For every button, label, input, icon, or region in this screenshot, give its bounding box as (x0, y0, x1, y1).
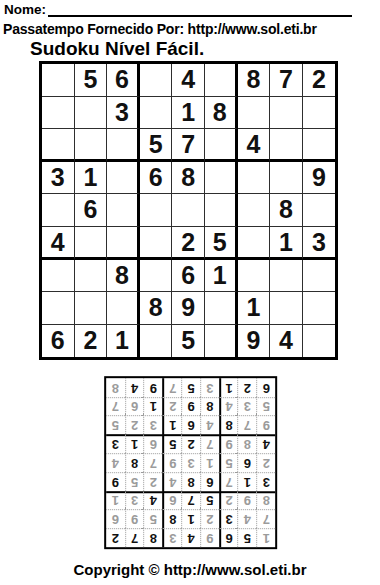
solution-cell: 2 (162, 397, 181, 416)
sudoku-cell (107, 227, 140, 260)
sudoku-cell (75, 227, 108, 260)
sudoku-cell (140, 97, 173, 130)
solution-cell: 4 (125, 378, 144, 397)
sudoku-cell: 1 (107, 325, 140, 358)
solution-cell: 6 (125, 397, 144, 416)
solution-cell: 7 (144, 453, 163, 472)
solution-cell: 4 (256, 434, 275, 453)
sudoku-cell (205, 194, 238, 227)
page-title: Sudoku Nível Fácil. (30, 38, 204, 60)
provider-line: Passatempo Fornecido Por: http://www.sol… (3, 21, 317, 37)
solution-cell: 9 (181, 397, 200, 416)
name-label: Nome: (4, 2, 46, 17)
solution-cell: 3 (144, 416, 163, 435)
solution-cell: 6 (106, 510, 125, 529)
sudoku-cell (270, 260, 303, 293)
sudoku-cell: 9 (238, 325, 271, 358)
solution-cell: 1 (238, 472, 257, 491)
sudoku-cell (107, 292, 140, 325)
sudoku-cell (140, 260, 173, 293)
solution-cell: 3 (256, 472, 275, 491)
solution-cell: 5 (125, 472, 144, 491)
sudoku-cell (140, 227, 173, 260)
sudoku-cell (140, 325, 173, 358)
sudoku-cell: 9 (172, 292, 205, 325)
solution-cell: 7 (162, 378, 181, 397)
solution-cell: 2 (106, 528, 125, 547)
sudoku-cell: 6 (107, 64, 140, 97)
sudoku-cell (270, 162, 303, 195)
sudoku-cell (172, 194, 205, 227)
solution-cell: 5 (162, 434, 181, 453)
solution-cell: 3 (181, 453, 200, 472)
sudoku-cell: 4 (270, 325, 303, 358)
solution-cell: 1 (125, 434, 144, 453)
solution-cell: 7 (219, 472, 238, 491)
sudoku-cell: 3 (303, 227, 336, 260)
name-field-row: Nome: (4, 2, 352, 17)
sudoku-cell (205, 292, 238, 325)
sudoku-cell (107, 162, 140, 195)
sudoku-cell (238, 227, 271, 260)
sudoku-cell: 4 (172, 64, 205, 97)
solution-cell: 8 (219, 416, 238, 435)
solution-cell: 3 (162, 528, 181, 547)
sudoku-cell: 6 (42, 325, 75, 358)
solution-cell: 2 (181, 434, 200, 453)
sudoku-cell: 1 (172, 97, 205, 130)
sudoku-cell (107, 194, 140, 227)
solution-cell: 3 (219, 510, 238, 529)
solution-cell: 5 (238, 528, 257, 547)
sudoku-cell: 4 (42, 227, 75, 260)
solution-cell: 1 (162, 416, 181, 435)
solution-cell: 4 (144, 491, 163, 510)
solution-cell: 6 (238, 453, 257, 472)
sudoku-cell (303, 129, 336, 162)
sudoku-cell: 6 (172, 260, 205, 293)
sudoku-cell (270, 292, 303, 325)
solution-cell: 9 (162, 453, 181, 472)
solution-cell: 7 (125, 528, 144, 547)
solution-cell: 6 (162, 491, 181, 510)
solution-cell: 8 (125, 453, 144, 472)
solution-cell: 2 (219, 491, 238, 510)
solution-cell: 6 (200, 472, 219, 491)
solution-cell: 2 (144, 472, 163, 491)
sudoku-cell: 2 (75, 325, 108, 358)
sudoku-cell: 8 (270, 194, 303, 227)
sudoku-cell: 1 (205, 260, 238, 293)
solution-cell: 4 (219, 397, 238, 416)
sudoku-cell: 5 (140, 129, 173, 162)
sudoku-cell (205, 129, 238, 162)
sudoku-cell (205, 162, 238, 195)
solution-cell: 2 (125, 416, 144, 435)
name-fill-line (48, 4, 352, 17)
sudoku-cell (303, 325, 336, 358)
sudoku-cell (140, 194, 173, 227)
sudoku-cell (75, 97, 108, 130)
solution-cell: 1 (144, 397, 163, 416)
sudoku-cell (42, 64, 75, 97)
solution-cell: 6 (256, 378, 275, 397)
solution-cell: 8 (238, 434, 257, 453)
solution-cell: 1 (219, 378, 238, 397)
solution-cell: 2 (256, 453, 275, 472)
solution-cell: 9 (106, 472, 125, 491)
sudoku-cell: 2 (172, 227, 205, 260)
solution-cell: 3 (238, 397, 257, 416)
sudoku-cell (42, 260, 75, 293)
sudoku-cell (42, 194, 75, 227)
solution-cell: 4 (181, 528, 200, 547)
solution-cell: 9 (125, 510, 144, 529)
solution-cell: 1 (256, 528, 275, 547)
solution-cell: 6 (181, 416, 200, 435)
solution-cell: 8 (162, 510, 181, 529)
solution-cell: 2 (238, 378, 257, 397)
sudoku-cell: 5 (75, 64, 108, 97)
solution-cell: 9 (219, 434, 238, 453)
solution-cell: 7 (238, 416, 257, 435)
sudoku-cell: 7 (172, 129, 205, 162)
sudoku-cell (270, 97, 303, 130)
sudoku-cell: 3 (42, 162, 75, 195)
sudoku-cell (42, 97, 75, 130)
sudoku-cell (303, 97, 336, 130)
sudoku-cell (140, 64, 173, 97)
solution-cell: 4 (200, 416, 219, 435)
sudoku-cell (303, 194, 336, 227)
sudoku-cell (238, 97, 271, 130)
sudoku-cell (205, 64, 238, 97)
solution-cell: 7 (200, 434, 219, 453)
sudoku-cell: 4 (238, 129, 271, 162)
sudoku-cell: 8 (107, 260, 140, 293)
solution-cell: 3 (125, 491, 144, 510)
solution-cell: 4 (238, 510, 257, 529)
sudoku-cell: 9 (303, 162, 336, 195)
sudoku-cell: 6 (75, 194, 108, 227)
sudoku-worksheet-page: { "game": "sudoku", "header": { "nome_la… (0, 0, 380, 585)
sudoku-cell: 6 (140, 162, 173, 195)
sudoku-cell: 8 (205, 97, 238, 130)
sudoku-cell: 1 (238, 292, 271, 325)
solution-cell: 4 (106, 453, 125, 472)
sudoku-cell: 2 (303, 64, 336, 97)
sudoku-cell (238, 194, 271, 227)
solution-cell: 8 (144, 528, 163, 547)
solution-cell: 9 (256, 416, 275, 435)
copyright-line: Copyright © http://www.sol.eti.br (0, 561, 380, 578)
solution-cell: 5 (144, 510, 163, 529)
solution-cell: 8 (256, 491, 275, 510)
sudoku-cell: 8 (238, 64, 271, 97)
sudoku-cell (303, 260, 336, 293)
solution-cell: 7 (256, 510, 275, 529)
sudoku-cell: 1 (270, 227, 303, 260)
solution-cell: 1 (200, 453, 219, 472)
solution-cell: 5 (106, 416, 125, 435)
sudoku-cell (42, 129, 75, 162)
solution-cell: 3 (200, 378, 219, 397)
sudoku-cell (107, 129, 140, 162)
solution-cell: 5 (200, 491, 219, 510)
solution-cell: 9 (144, 378, 163, 397)
sudoku-cell (238, 162, 271, 195)
sudoku-cell: 3 (107, 97, 140, 130)
solution-cell: 7 (106, 397, 125, 416)
solution-cell: 3 (106, 434, 125, 453)
solution-cell: 2 (200, 510, 219, 529)
sudoku-grid: 564872318574316896842513861891621594 (39, 61, 338, 360)
solution-cell: 6 (219, 528, 238, 547)
sudoku-cell: 8 (140, 292, 173, 325)
solution-cell: 5 (256, 397, 275, 416)
sudoku-cell: 5 (172, 325, 205, 358)
sudoku-cell (205, 325, 238, 358)
sudoku-cell: 5 (205, 227, 238, 260)
sudoku-solution-grid: 1569438727432185968925764313176842592651… (104, 376, 277, 549)
sudoku-cell (75, 129, 108, 162)
solution-cell: 1 (181, 510, 200, 529)
solution-cell: 9 (200, 528, 219, 547)
solution-cell: 9 (238, 491, 257, 510)
solution-cell: 5 (181, 378, 200, 397)
solution-cell: 8 (200, 397, 219, 416)
sudoku-cell (75, 292, 108, 325)
solution-cell: 7 (181, 491, 200, 510)
solution-cell: 8 (181, 472, 200, 491)
solution-cell: 4 (162, 472, 181, 491)
solution-cell: 5 (219, 453, 238, 472)
sudoku-cell (303, 292, 336, 325)
sudoku-cell (42, 292, 75, 325)
sudoku-cell (238, 260, 271, 293)
solution-cell: 8 (106, 378, 125, 397)
solution-cell: 1 (106, 491, 125, 510)
sudoku-cell: 7 (270, 64, 303, 97)
sudoku-cell: 8 (172, 162, 205, 195)
solution-cell: 6 (144, 434, 163, 453)
sudoku-cell (270, 129, 303, 162)
sudoku-cell (75, 260, 108, 293)
sudoku-cell: 1 (75, 162, 108, 195)
